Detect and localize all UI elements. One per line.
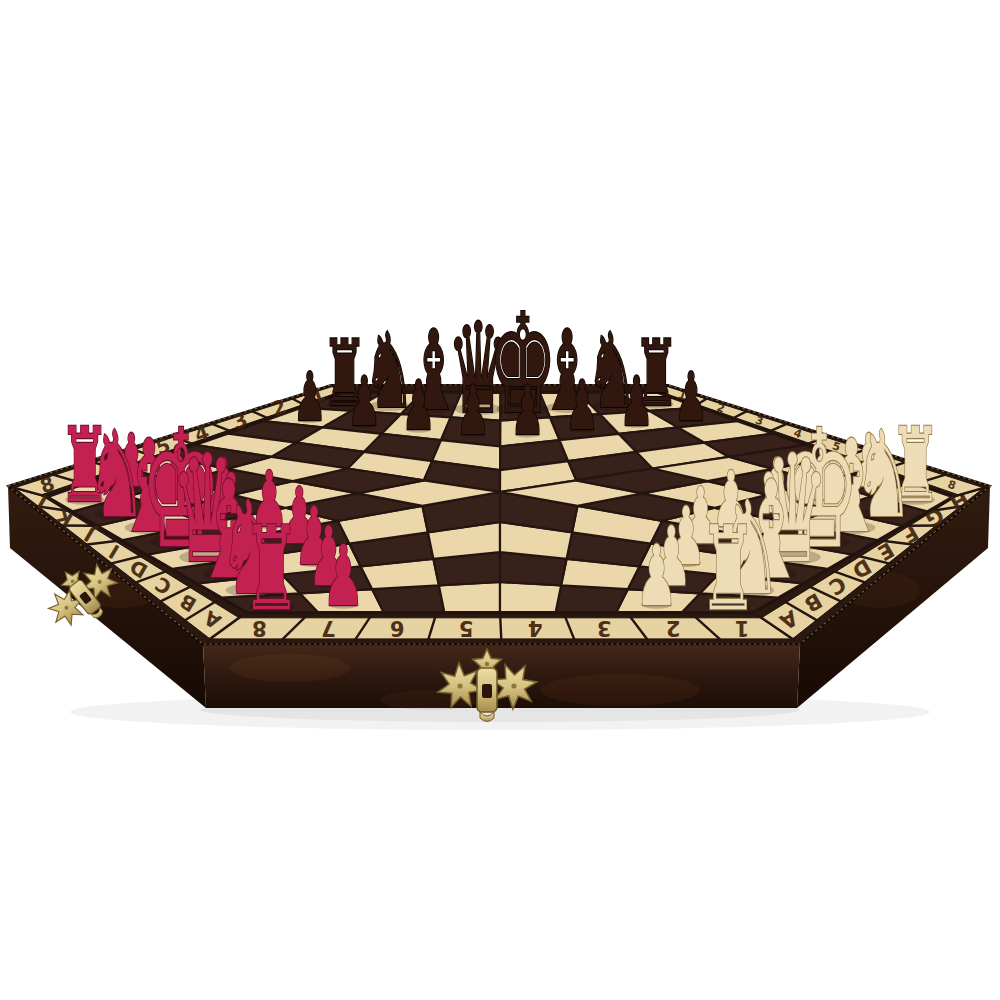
dark-pawn[interactable]: ♟ — [293, 358, 327, 436]
dark-pawn[interactable]: ♟ — [565, 366, 599, 445]
dark-pawn[interactable]: ♟ — [619, 362, 653, 441]
dark-pawn[interactable]: ♟ — [674, 358, 708, 436]
red-rook[interactable]: ♜ — [243, 502, 301, 636]
product-photo: 87654321LKJIDCBAABCDEFGH8765432112345678… — [0, 0, 1000, 1000]
white-rook[interactable]: ♜ — [699, 502, 757, 636]
white-pawn[interactable]: ♟ — [636, 528, 678, 625]
coordinate-label: 3 — [597, 616, 612, 640]
board-cell[interactable] — [439, 582, 500, 612]
coordinate-label: 4 — [528, 616, 543, 640]
board-cell[interactable] — [500, 582, 561, 612]
dark-pawn[interactable]: ♟ — [347, 362, 381, 441]
dark-pawn[interactable]: ♟ — [456, 371, 490, 450]
coordinate-label: 5 — [459, 616, 474, 640]
coordinate-label: 6 — [390, 616, 405, 640]
dark-pawn[interactable]: ♟ — [510, 371, 544, 450]
three-player-chess-board: 87654321LKJIDCBAABCDEFGH8765432112345678… — [0, 0, 1000, 1000]
red-pawn[interactable]: ♟ — [322, 528, 364, 625]
dark-pawn[interactable]: ♟ — [402, 366, 436, 445]
